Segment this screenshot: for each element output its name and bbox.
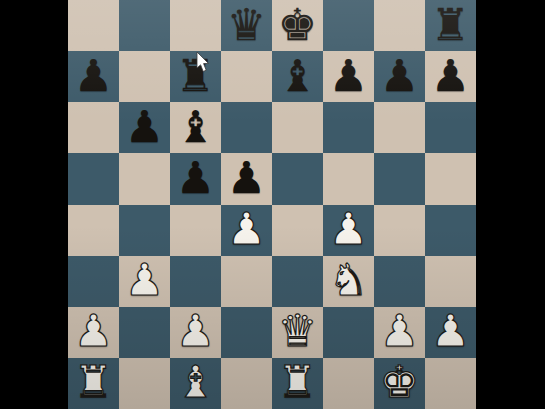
square-g3[interactable] [374, 256, 425, 307]
square-h5[interactable] [425, 153, 476, 204]
piece-white-queen[interactable]: ♛ [278, 309, 317, 353]
piece-white-knight[interactable]: ♞ [329, 258, 368, 302]
square-d6[interactable] [221, 102, 272, 153]
square-g1[interactable]: ♚ [374, 358, 425, 409]
square-h4[interactable] [425, 205, 476, 256]
letterbox-right [476, 0, 545, 409]
square-b1[interactable] [119, 358, 170, 409]
square-g6[interactable] [374, 102, 425, 153]
square-c7[interactable]: ♜ [170, 51, 221, 102]
piece-white-pawn[interactable]: ♟ [227, 207, 266, 251]
square-g4[interactable] [374, 205, 425, 256]
square-g2[interactable]: ♟ [374, 307, 425, 358]
square-f7[interactable]: ♟ [323, 51, 374, 102]
piece-black-pawn[interactable]: ♟ [125, 105, 164, 149]
piece-white-pawn[interactable]: ♟ [176, 309, 215, 353]
square-b6[interactable]: ♟ [119, 102, 170, 153]
square-d2[interactable] [221, 307, 272, 358]
square-c4[interactable] [170, 205, 221, 256]
square-a7[interactable]: ♟ [68, 51, 119, 102]
square-b3[interactable]: ♟ [119, 256, 170, 307]
piece-black-rook[interactable]: ♜ [431, 3, 470, 47]
square-d5[interactable]: ♟ [221, 153, 272, 204]
piece-white-pawn[interactable]: ♟ [329, 207, 368, 251]
chess-app-window: ♛♚♜♟♜♝♟♟♟♟♝♟♟♟♟♟♞♟♟♛♟♟♜♝♜♚ [0, 0, 545, 409]
piece-black-pawn[interactable]: ♟ [176, 156, 215, 200]
square-e1[interactable]: ♜ [272, 358, 323, 409]
square-g8[interactable] [374, 0, 425, 51]
letterbox-left [0, 0, 68, 409]
square-h8[interactable]: ♜ [425, 0, 476, 51]
square-h1[interactable] [425, 358, 476, 409]
square-d1[interactable] [221, 358, 272, 409]
square-e2[interactable]: ♛ [272, 307, 323, 358]
square-a2[interactable]: ♟ [68, 307, 119, 358]
piece-white-rook[interactable]: ♜ [74, 360, 113, 404]
square-e5[interactable] [272, 153, 323, 204]
square-h3[interactable] [425, 256, 476, 307]
square-c5[interactable]: ♟ [170, 153, 221, 204]
piece-black-pawn[interactable]: ♟ [431, 54, 470, 98]
square-e8[interactable]: ♚ [272, 0, 323, 51]
square-a6[interactable] [68, 102, 119, 153]
square-c8[interactable] [170, 0, 221, 51]
piece-black-pawn[interactable]: ♟ [227, 156, 266, 200]
square-f5[interactable] [323, 153, 374, 204]
square-a8[interactable] [68, 0, 119, 51]
piece-white-king[interactable]: ♚ [380, 360, 419, 404]
square-e6[interactable] [272, 102, 323, 153]
square-g7[interactable]: ♟ [374, 51, 425, 102]
square-h7[interactable]: ♟ [425, 51, 476, 102]
square-d8[interactable]: ♛ [221, 0, 272, 51]
piece-black-bishop[interactable]: ♝ [176, 105, 215, 149]
chess-board: ♛♚♜♟♜♝♟♟♟♟♝♟♟♟♟♟♞♟♟♛♟♟♜♝♜♚ [68, 0, 476, 409]
square-h2[interactable]: ♟ [425, 307, 476, 358]
piece-white-pawn[interactable]: ♟ [431, 309, 470, 353]
square-b8[interactable] [119, 0, 170, 51]
square-e3[interactable] [272, 256, 323, 307]
square-f2[interactable] [323, 307, 374, 358]
square-a4[interactable] [68, 205, 119, 256]
piece-black-pawn[interactable]: ♟ [329, 54, 368, 98]
piece-black-pawn[interactable]: ♟ [74, 54, 113, 98]
square-d7[interactable] [221, 51, 272, 102]
square-f4[interactable]: ♟ [323, 205, 374, 256]
piece-black-pawn[interactable]: ♟ [380, 54, 419, 98]
piece-black-rook[interactable]: ♜ [176, 54, 215, 98]
square-f6[interactable] [323, 102, 374, 153]
piece-black-king[interactable]: ♚ [278, 3, 317, 47]
square-c1[interactable]: ♝ [170, 358, 221, 409]
square-d4[interactable]: ♟ [221, 205, 272, 256]
square-b2[interactable] [119, 307, 170, 358]
square-d3[interactable] [221, 256, 272, 307]
square-a1[interactable]: ♜ [68, 358, 119, 409]
square-a5[interactable] [68, 153, 119, 204]
square-b7[interactable] [119, 51, 170, 102]
piece-white-bishop[interactable]: ♝ [176, 360, 215, 404]
piece-white-pawn[interactable]: ♟ [125, 258, 164, 302]
square-e7[interactable]: ♝ [272, 51, 323, 102]
square-b5[interactable] [119, 153, 170, 204]
square-f3[interactable]: ♞ [323, 256, 374, 307]
square-g5[interactable] [374, 153, 425, 204]
square-e4[interactable] [272, 205, 323, 256]
piece-black-bishop[interactable]: ♝ [278, 54, 317, 98]
square-h6[interactable] [425, 102, 476, 153]
piece-black-queen[interactable]: ♛ [227, 3, 266, 47]
square-c3[interactable] [170, 256, 221, 307]
piece-white-rook[interactable]: ♜ [278, 360, 317, 404]
square-f1[interactable] [323, 358, 374, 409]
square-b4[interactable] [119, 205, 170, 256]
square-f8[interactable] [323, 0, 374, 51]
piece-white-pawn[interactable]: ♟ [380, 309, 419, 353]
square-c6[interactable]: ♝ [170, 102, 221, 153]
piece-white-pawn[interactable]: ♟ [74, 309, 113, 353]
square-c2[interactable]: ♟ [170, 307, 221, 358]
square-a3[interactable] [68, 256, 119, 307]
